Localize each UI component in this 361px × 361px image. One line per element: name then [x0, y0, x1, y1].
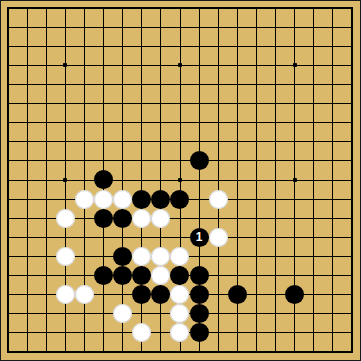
intersection[interactable] [342, 94, 361, 113]
intersection[interactable] [266, 56, 285, 75]
intersection[interactable] [37, 247, 56, 266]
intersection[interactable] [18, 37, 37, 56]
intersection[interactable] [56, 285, 75, 304]
intersection[interactable] [37, 342, 56, 361]
intersection[interactable] [151, 323, 170, 342]
intersection[interactable] [56, 304, 75, 323]
intersection[interactable] [113, 285, 132, 304]
intersection[interactable] [170, 94, 189, 113]
intersection[interactable] [228, 56, 247, 75]
intersection[interactable] [132, 132, 151, 151]
intersection[interactable] [266, 113, 285, 132]
intersection[interactable] [94, 247, 113, 266]
intersection[interactable] [113, 37, 132, 56]
intersection[interactable] [266, 190, 285, 209]
intersection[interactable] [266, 209, 285, 228]
intersection[interactable] [151, 247, 170, 266]
intersection[interactable] [209, 0, 228, 18]
intersection[interactable] [209, 132, 228, 151]
intersection[interactable] [37, 228, 56, 247]
intersection[interactable] [94, 304, 113, 323]
intersection[interactable] [94, 56, 113, 75]
intersection[interactable] [170, 56, 189, 75]
intersection[interactable] [75, 56, 94, 75]
intersection[interactable] [266, 266, 285, 285]
intersection[interactable] [113, 247, 132, 266]
intersection[interactable] [56, 56, 75, 75]
intersection[interactable] [37, 304, 56, 323]
intersection[interactable] [304, 113, 323, 132]
intersection[interactable] [18, 342, 37, 361]
board-intersections[interactable]: 1 [0, 0, 361, 361]
intersection[interactable] [266, 151, 285, 170]
intersection[interactable] [113, 342, 132, 361]
intersection[interactable] [94, 285, 113, 304]
intersection[interactable] [132, 304, 151, 323]
intersection[interactable] [0, 18, 18, 37]
intersection[interactable] [75, 170, 94, 189]
intersection[interactable] [132, 75, 151, 94]
intersection[interactable] [56, 342, 75, 361]
intersection[interactable] [132, 209, 151, 228]
intersection[interactable] [247, 56, 266, 75]
intersection[interactable] [266, 170, 285, 189]
intersection[interactable] [18, 323, 37, 342]
intersection[interactable] [37, 285, 56, 304]
intersection[interactable] [75, 266, 94, 285]
intersection[interactable] [132, 56, 151, 75]
intersection[interactable] [228, 37, 247, 56]
intersection[interactable] [247, 228, 266, 247]
intersection[interactable] [247, 151, 266, 170]
intersection[interactable] [228, 304, 247, 323]
intersection[interactable] [18, 266, 37, 285]
intersection[interactable] [323, 18, 342, 37]
intersection[interactable] [209, 209, 228, 228]
intersection[interactable] [323, 323, 342, 342]
intersection[interactable] [56, 266, 75, 285]
intersection[interactable] [228, 209, 247, 228]
intersection[interactable] [56, 18, 75, 37]
intersection[interactable] [285, 37, 304, 56]
intersection[interactable] [151, 75, 170, 94]
intersection[interactable] [132, 342, 151, 361]
intersection[interactable] [323, 228, 342, 247]
intersection[interactable] [18, 228, 37, 247]
intersection[interactable] [323, 209, 342, 228]
intersection[interactable] [190, 209, 209, 228]
intersection[interactable] [170, 323, 189, 342]
intersection[interactable] [247, 113, 266, 132]
intersection[interactable] [190, 132, 209, 151]
intersection[interactable] [170, 342, 189, 361]
intersection[interactable] [94, 18, 113, 37]
intersection[interactable] [113, 266, 132, 285]
intersection[interactable] [18, 304, 37, 323]
intersection[interactable] [170, 247, 189, 266]
intersection[interactable] [56, 37, 75, 56]
intersection[interactable] [132, 285, 151, 304]
intersection[interactable] [285, 247, 304, 266]
intersection[interactable] [304, 285, 323, 304]
intersection[interactable] [190, 323, 209, 342]
intersection[interactable] [18, 56, 37, 75]
intersection[interactable] [228, 323, 247, 342]
intersection[interactable] [113, 132, 132, 151]
intersection[interactable] [0, 0, 18, 18]
intersection[interactable] [247, 190, 266, 209]
intersection[interactable] [228, 266, 247, 285]
intersection[interactable] [113, 113, 132, 132]
intersection[interactable] [94, 228, 113, 247]
intersection[interactable] [247, 18, 266, 37]
intersection[interactable] [151, 170, 170, 189]
intersection[interactable] [132, 323, 151, 342]
intersection[interactable] [247, 247, 266, 266]
intersection[interactable] [151, 56, 170, 75]
intersection[interactable] [266, 75, 285, 94]
intersection[interactable] [0, 113, 18, 132]
intersection[interactable] [37, 266, 56, 285]
intersection[interactable] [342, 323, 361, 342]
intersection[interactable] [342, 247, 361, 266]
intersection[interactable] [0, 304, 18, 323]
intersection[interactable] [285, 170, 304, 189]
intersection[interactable] [342, 75, 361, 94]
intersection[interactable] [18, 209, 37, 228]
intersection[interactable] [342, 285, 361, 304]
intersection[interactable] [209, 247, 228, 266]
intersection[interactable] [75, 323, 94, 342]
intersection[interactable] [151, 18, 170, 37]
intersection[interactable] [323, 94, 342, 113]
intersection[interactable] [94, 75, 113, 94]
intersection[interactable] [37, 209, 56, 228]
intersection[interactable] [113, 94, 132, 113]
intersection[interactable] [75, 209, 94, 228]
intersection[interactable] [228, 190, 247, 209]
intersection[interactable] [285, 132, 304, 151]
intersection[interactable] [342, 113, 361, 132]
intersection[interactable] [285, 18, 304, 37]
intersection[interactable] [304, 170, 323, 189]
intersection[interactable] [94, 190, 113, 209]
intersection[interactable] [304, 190, 323, 209]
intersection[interactable] [209, 75, 228, 94]
intersection[interactable] [151, 190, 170, 209]
intersection[interactable] [209, 170, 228, 189]
intersection[interactable] [247, 266, 266, 285]
intersection[interactable] [170, 304, 189, 323]
intersection[interactable] [209, 190, 228, 209]
intersection[interactable] [37, 151, 56, 170]
intersection[interactable] [75, 75, 94, 94]
intersection[interactable] [0, 190, 18, 209]
intersection[interactable] [132, 94, 151, 113]
intersection[interactable] [113, 151, 132, 170]
intersection[interactable] [0, 56, 18, 75]
intersection[interactable] [151, 0, 170, 18]
intersection[interactable] [94, 266, 113, 285]
intersection[interactable] [56, 228, 75, 247]
intersection[interactable] [190, 113, 209, 132]
intersection[interactable] [304, 247, 323, 266]
intersection[interactable] [151, 342, 170, 361]
intersection[interactable] [247, 0, 266, 18]
intersection[interactable] [209, 94, 228, 113]
intersection[interactable] [18, 247, 37, 266]
intersection[interactable] [170, 170, 189, 189]
intersection[interactable] [113, 190, 132, 209]
intersection[interactable] [151, 113, 170, 132]
intersection[interactable] [94, 94, 113, 113]
intersection[interactable] [285, 266, 304, 285]
intersection[interactable] [151, 151, 170, 170]
intersection[interactable] [342, 18, 361, 37]
intersection[interactable] [266, 228, 285, 247]
intersection[interactable] [56, 247, 75, 266]
intersection[interactable] [170, 209, 189, 228]
intersection[interactable] [18, 0, 37, 18]
intersection[interactable] [170, 132, 189, 151]
intersection[interactable] [75, 113, 94, 132]
intersection[interactable] [75, 37, 94, 56]
intersection[interactable] [342, 342, 361, 361]
intersection[interactable] [170, 151, 189, 170]
intersection[interactable] [132, 0, 151, 18]
intersection[interactable] [304, 304, 323, 323]
intersection[interactable] [304, 342, 323, 361]
intersection[interactable] [342, 0, 361, 18]
intersection[interactable] [132, 151, 151, 170]
intersection[interactable] [285, 209, 304, 228]
intersection[interactable] [132, 37, 151, 56]
intersection[interactable] [151, 285, 170, 304]
intersection[interactable] [190, 304, 209, 323]
intersection[interactable] [132, 266, 151, 285]
intersection[interactable] [323, 37, 342, 56]
intersection[interactable] [190, 94, 209, 113]
intersection[interactable] [151, 37, 170, 56]
intersection[interactable] [285, 342, 304, 361]
intersection[interactable] [94, 113, 113, 132]
intersection[interactable] [132, 190, 151, 209]
intersection[interactable] [151, 266, 170, 285]
intersection[interactable] [75, 0, 94, 18]
intersection[interactable] [170, 18, 189, 37]
intersection[interactable] [75, 151, 94, 170]
intersection[interactable] [323, 342, 342, 361]
intersection[interactable] [0, 151, 18, 170]
intersection[interactable] [304, 228, 323, 247]
intersection[interactable] [18, 94, 37, 113]
intersection[interactable] [285, 56, 304, 75]
intersection[interactable] [228, 0, 247, 18]
intersection[interactable] [56, 151, 75, 170]
intersection[interactable] [247, 37, 266, 56]
intersection[interactable] [190, 266, 209, 285]
intersection[interactable] [0, 209, 18, 228]
intersection[interactable] [37, 170, 56, 189]
intersection[interactable] [75, 247, 94, 266]
intersection[interactable] [285, 323, 304, 342]
intersection[interactable] [228, 94, 247, 113]
intersection[interactable] [94, 209, 113, 228]
intersection[interactable] [266, 132, 285, 151]
intersection[interactable] [209, 323, 228, 342]
intersection[interactable] [323, 190, 342, 209]
intersection[interactable] [18, 151, 37, 170]
intersection[interactable] [170, 37, 189, 56]
intersection[interactable] [209, 228, 228, 247]
intersection[interactable] [151, 209, 170, 228]
intersection[interactable] [0, 228, 18, 247]
intersection[interactable] [323, 132, 342, 151]
intersection[interactable] [113, 228, 132, 247]
intersection[interactable] [323, 0, 342, 18]
intersection[interactable] [228, 75, 247, 94]
intersection[interactable] [247, 94, 266, 113]
intersection[interactable] [228, 132, 247, 151]
intersection[interactable] [56, 190, 75, 209]
intersection[interactable] [56, 0, 75, 18]
intersection[interactable] [170, 228, 189, 247]
intersection[interactable] [113, 18, 132, 37]
intersection[interactable] [247, 75, 266, 94]
intersection[interactable] [323, 304, 342, 323]
intersection[interactable] [18, 285, 37, 304]
intersection[interactable] [56, 132, 75, 151]
intersection[interactable] [323, 75, 342, 94]
intersection[interactable] [247, 285, 266, 304]
intersection[interactable] [37, 132, 56, 151]
intersection[interactable] [0, 323, 18, 342]
intersection[interactable] [113, 75, 132, 94]
intersection[interactable] [0, 132, 18, 151]
intersection[interactable] [113, 323, 132, 342]
intersection[interactable] [94, 342, 113, 361]
intersection[interactable] [342, 56, 361, 75]
intersection[interactable] [75, 132, 94, 151]
intersection[interactable] [151, 94, 170, 113]
intersection[interactable] [342, 190, 361, 209]
intersection[interactable]: 1 [190, 228, 209, 247]
intersection[interactable] [94, 37, 113, 56]
intersection[interactable] [37, 75, 56, 94]
intersection[interactable] [94, 132, 113, 151]
intersection[interactable] [285, 75, 304, 94]
intersection[interactable] [247, 209, 266, 228]
intersection[interactable] [285, 0, 304, 18]
intersection[interactable] [37, 113, 56, 132]
intersection[interactable] [151, 304, 170, 323]
intersection[interactable] [209, 18, 228, 37]
intersection[interactable] [266, 37, 285, 56]
intersection[interactable] [18, 18, 37, 37]
intersection[interactable] [266, 18, 285, 37]
intersection[interactable] [228, 247, 247, 266]
intersection[interactable] [75, 285, 94, 304]
intersection[interactable] [18, 190, 37, 209]
intersection[interactable] [342, 266, 361, 285]
intersection[interactable] [285, 285, 304, 304]
intersection[interactable] [247, 170, 266, 189]
intersection[interactable] [247, 132, 266, 151]
intersection[interactable] [190, 247, 209, 266]
intersection[interactable] [304, 323, 323, 342]
intersection[interactable] [266, 323, 285, 342]
intersection[interactable] [342, 209, 361, 228]
intersection[interactable] [304, 151, 323, 170]
intersection[interactable] [304, 37, 323, 56]
intersection[interactable] [266, 247, 285, 266]
intersection[interactable] [190, 342, 209, 361]
intersection[interactable] [285, 151, 304, 170]
intersection[interactable] [190, 285, 209, 304]
intersection[interactable] [266, 0, 285, 18]
intersection[interactable] [37, 94, 56, 113]
intersection[interactable] [190, 37, 209, 56]
intersection[interactable] [266, 342, 285, 361]
intersection[interactable] [37, 37, 56, 56]
intersection[interactable] [323, 247, 342, 266]
intersection[interactable] [37, 18, 56, 37]
intersection[interactable] [113, 56, 132, 75]
intersection[interactable] [304, 266, 323, 285]
intersection[interactable] [323, 285, 342, 304]
intersection[interactable] [56, 170, 75, 189]
intersection[interactable] [342, 304, 361, 323]
intersection[interactable] [285, 304, 304, 323]
intersection[interactable] [190, 151, 209, 170]
intersection[interactable] [18, 75, 37, 94]
intersection[interactable] [170, 266, 189, 285]
intersection[interactable] [132, 113, 151, 132]
intersection[interactable] [304, 75, 323, 94]
intersection[interactable] [342, 170, 361, 189]
intersection[interactable] [342, 151, 361, 170]
intersection[interactable] [323, 266, 342, 285]
intersection[interactable] [323, 113, 342, 132]
intersection[interactable] [0, 285, 18, 304]
intersection[interactable] [323, 56, 342, 75]
intersection[interactable] [323, 151, 342, 170]
intersection[interactable] [304, 94, 323, 113]
intersection[interactable] [75, 190, 94, 209]
intersection[interactable] [228, 228, 247, 247]
intersection[interactable] [0, 170, 18, 189]
intersection[interactable] [323, 170, 342, 189]
intersection[interactable] [304, 0, 323, 18]
intersection[interactable] [266, 304, 285, 323]
intersection[interactable] [170, 113, 189, 132]
intersection[interactable] [18, 132, 37, 151]
intersection[interactable] [266, 285, 285, 304]
intersection[interactable] [209, 37, 228, 56]
intersection[interactable] [94, 170, 113, 189]
intersection[interactable] [75, 342, 94, 361]
intersection[interactable] [304, 209, 323, 228]
intersection[interactable] [228, 18, 247, 37]
intersection[interactable] [75, 304, 94, 323]
intersection[interactable] [170, 285, 189, 304]
intersection[interactable] [151, 228, 170, 247]
intersection[interactable] [75, 228, 94, 247]
intersection[interactable] [247, 342, 266, 361]
intersection[interactable] [75, 94, 94, 113]
intersection[interactable] [190, 56, 209, 75]
intersection[interactable] [94, 151, 113, 170]
